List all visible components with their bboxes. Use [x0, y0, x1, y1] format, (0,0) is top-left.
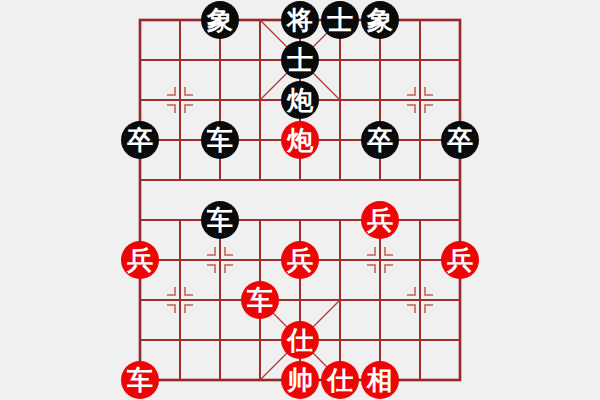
piece-red-advisor[interactable]: 仕 [321, 361, 359, 399]
piece-black-advisor[interactable]: 士 [321, 1, 359, 39]
pieces-layer: 象将士象士炮卒车炮卒卒车兵兵兵兵车仕车帅仕相 [120, 0, 480, 400]
piece-red-elephant[interactable]: 相 [361, 361, 399, 399]
piece-red-soldier[interactable]: 兵 [121, 241, 159, 279]
piece-red-soldier[interactable]: 兵 [361, 201, 399, 239]
xiangqi-board: 象将士象士炮卒车炮卒卒车兵兵兵兵车仕车帅仕相 [0, 0, 600, 400]
piece-black-elephant[interactable]: 象 [201, 1, 239, 39]
piece-black-soldier[interactable]: 卒 [121, 121, 159, 159]
piece-black-advisor[interactable]: 士 [281, 41, 319, 79]
piece-black-general[interactable]: 将 [281, 1, 319, 39]
piece-black-soldier[interactable]: 卒 [361, 121, 399, 159]
piece-red-soldier[interactable]: 兵 [441, 241, 479, 279]
piece-black-soldier[interactable]: 卒 [441, 121, 479, 159]
piece-red-general[interactable]: 帅 [281, 361, 319, 399]
piece-red-soldier[interactable]: 兵 [281, 241, 319, 279]
piece-black-cannon[interactable]: 炮 [281, 81, 319, 119]
piece-red-chariot[interactable]: 车 [121, 361, 159, 399]
piece-red-advisor[interactable]: 仕 [281, 321, 319, 359]
piece-black-chariot[interactable]: 车 [201, 121, 239, 159]
piece-black-chariot[interactable]: 车 [201, 201, 239, 239]
piece-red-chariot[interactable]: 车 [241, 281, 279, 319]
piece-red-cannon[interactable]: 炮 [281, 121, 319, 159]
piece-black-elephant[interactable]: 象 [361, 1, 399, 39]
